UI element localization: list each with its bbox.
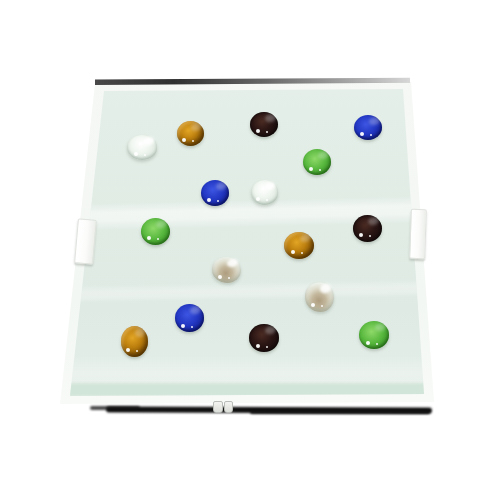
- stone-clear[interactable]: [251, 180, 278, 205]
- stones-layer: [0, 0, 500, 500]
- stone-clear[interactable]: [212, 257, 241, 283]
- stone-blue[interactable]: [175, 304, 204, 332]
- photo-stage: [0, 0, 500, 500]
- stone-amber[interactable]: [284, 232, 314, 259]
- stone-blue[interactable]: [354, 115, 382, 140]
- stone-green[interactable]: [141, 218, 170, 245]
- stone-clear[interactable]: [127, 135, 157, 160]
- stone-clear[interactable]: [305, 282, 334, 312]
- stone-green[interactable]: [359, 321, 389, 349]
- stone-black[interactable]: [353, 215, 382, 242]
- stone-black[interactable]: [250, 112, 278, 137]
- stone-amber[interactable]: [177, 121, 204, 146]
- stone-green[interactable]: [303, 149, 331, 175]
- stone-black[interactable]: [249, 324, 279, 352]
- stone-blue[interactable]: [201, 180, 229, 206]
- stone-amber[interactable]: [121, 326, 148, 357]
